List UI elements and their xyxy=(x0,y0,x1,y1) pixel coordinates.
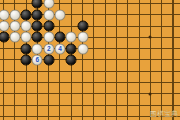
move-number: 4 xyxy=(58,45,62,52)
stone-black[interactable] xyxy=(66,43,77,54)
stone-black[interactable] xyxy=(77,20,88,31)
stone-black[interactable] xyxy=(21,43,32,54)
move-number: 2 xyxy=(47,45,51,52)
stone-white[interactable] xyxy=(9,20,20,31)
stone-white-numbered[interactable]: 2 xyxy=(43,43,54,54)
stone-white[interactable] xyxy=(55,9,66,20)
stone-black[interactable] xyxy=(43,20,54,31)
stone-black[interactable] xyxy=(32,20,43,31)
stone-white[interactable] xyxy=(77,32,88,43)
star-point xyxy=(149,36,152,39)
watermark: 围棋宝典 xyxy=(150,109,178,119)
stone-white[interactable] xyxy=(32,43,43,54)
stone-white-numbered[interactable]: 4 xyxy=(55,43,66,54)
stone-white-numbered[interactable]: 6 xyxy=(32,54,43,65)
stone-white[interactable] xyxy=(43,32,54,43)
star-point xyxy=(149,92,152,95)
stone-white[interactable] xyxy=(21,32,32,43)
go-board[interactable]: 围棋宝典 246 xyxy=(0,0,180,120)
stone-black[interactable] xyxy=(21,54,32,65)
stone-white[interactable] xyxy=(77,43,88,54)
stone-black[interactable] xyxy=(21,9,32,20)
stone-white[interactable] xyxy=(43,9,54,20)
stone-white[interactable] xyxy=(9,9,20,20)
move-number: 6 xyxy=(36,57,40,64)
stone-black[interactable] xyxy=(32,32,43,43)
stone-black[interactable] xyxy=(66,54,77,65)
stone-black[interactable] xyxy=(43,54,54,65)
stone-white[interactable] xyxy=(66,32,77,43)
stone-white[interactable] xyxy=(21,20,32,31)
stone-white[interactable] xyxy=(9,32,20,43)
stone-black[interactable] xyxy=(55,32,66,43)
stone-black[interactable] xyxy=(32,9,43,20)
